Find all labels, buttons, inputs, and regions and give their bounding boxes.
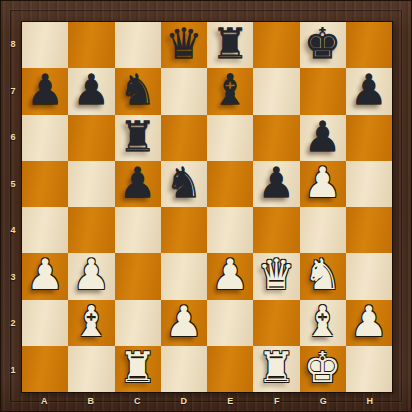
square-d6[interactable]	[161, 115, 207, 161]
rank-label-5: 5	[1, 161, 21, 208]
square-d3[interactable]	[161, 253, 207, 299]
white-king-g1[interactable]: ♚	[304, 347, 342, 389]
square-e1[interactable]	[207, 346, 253, 392]
square-h3[interactable]	[346, 253, 392, 299]
file-label-f: F	[254, 396, 301, 406]
chess-board-frame: 87654321 ♛♜♚♟♟♞♝♟♜♟♟♞♟♟♟♟♟♛♞♝♟♝♟♜♜♚ ABCD…	[0, 0, 412, 412]
square-g2[interactable]: ♝	[300, 300, 346, 346]
black-bishop-e7[interactable]: ♝	[211, 69, 249, 111]
square-d1[interactable]	[161, 346, 207, 392]
square-g4[interactable]	[300, 207, 346, 253]
rank-label-3: 3	[1, 254, 21, 301]
square-h7[interactable]: ♟	[346, 68, 392, 114]
black-rook-c6[interactable]: ♜	[119, 116, 157, 158]
square-b3[interactable]: ♟	[68, 253, 114, 299]
rank-label-2: 2	[1, 300, 21, 347]
square-f2[interactable]	[253, 300, 299, 346]
square-a2[interactable]	[22, 300, 68, 346]
white-pawn-h2[interactable]: ♟	[350, 301, 388, 343]
file-label-c: C	[114, 396, 161, 406]
white-pawn-a3[interactable]: ♟	[26, 254, 64, 296]
black-pawn-b7[interactable]: ♟	[73, 69, 111, 111]
square-b2[interactable]: ♝	[68, 300, 114, 346]
black-pawn-c5[interactable]: ♟	[119, 162, 157, 204]
square-a8[interactable]	[22, 22, 68, 68]
white-knight-g3[interactable]: ♞	[304, 254, 342, 296]
square-e4[interactable]	[207, 207, 253, 253]
square-a6[interactable]	[22, 115, 68, 161]
square-d8[interactable]: ♛	[161, 22, 207, 68]
square-g6[interactable]: ♟	[300, 115, 346, 161]
square-c2[interactable]	[115, 300, 161, 346]
rank-label-8: 8	[1, 21, 21, 68]
square-e3[interactable]: ♟	[207, 253, 253, 299]
black-knight-d5[interactable]: ♞	[165, 162, 203, 204]
square-c8[interactable]	[115, 22, 161, 68]
square-h1[interactable]	[346, 346, 392, 392]
square-h4[interactable]	[346, 207, 392, 253]
white-rook-f1[interactable]: ♜	[258, 347, 296, 389]
black-king-g8[interactable]: ♚	[304, 23, 342, 65]
black-knight-c7[interactable]: ♞	[119, 69, 157, 111]
square-d7[interactable]	[161, 68, 207, 114]
square-b8[interactable]	[68, 22, 114, 68]
black-pawn-a7[interactable]: ♟	[26, 69, 64, 111]
square-b1[interactable]	[68, 346, 114, 392]
rank-label-1: 1	[1, 347, 21, 394]
white-pawn-d2[interactable]: ♟	[165, 301, 203, 343]
square-c5[interactable]: ♟	[115, 161, 161, 207]
square-g8[interactable]: ♚	[300, 22, 346, 68]
square-e5[interactable]	[207, 161, 253, 207]
file-label-d: D	[161, 396, 208, 406]
square-g3[interactable]: ♞	[300, 253, 346, 299]
square-f3[interactable]: ♛	[253, 253, 299, 299]
rank-labels: 87654321	[1, 21, 21, 393]
black-rook-e8[interactable]: ♜	[211, 23, 249, 65]
square-b5[interactable]	[68, 161, 114, 207]
square-c6[interactable]: ♜	[115, 115, 161, 161]
white-bishop-b2[interactable]: ♝	[73, 301, 111, 343]
square-c3[interactable]	[115, 253, 161, 299]
square-f4[interactable]	[253, 207, 299, 253]
white-rook-c1[interactable]: ♜	[119, 347, 157, 389]
square-g7[interactable]	[300, 68, 346, 114]
square-f5[interactable]: ♟	[253, 161, 299, 207]
square-b6[interactable]	[68, 115, 114, 161]
square-a5[interactable]	[22, 161, 68, 207]
square-g1[interactable]: ♚	[300, 346, 346, 392]
square-a1[interactable]	[22, 346, 68, 392]
square-d5[interactable]: ♞	[161, 161, 207, 207]
black-pawn-h7[interactable]: ♟	[350, 69, 388, 111]
white-pawn-b3[interactable]: ♟	[73, 254, 111, 296]
white-queen-f3[interactable]: ♛	[258, 254, 296, 296]
square-f6[interactable]	[253, 115, 299, 161]
square-f7[interactable]	[253, 68, 299, 114]
square-e8[interactable]: ♜	[207, 22, 253, 68]
white-pawn-e3[interactable]: ♟	[211, 254, 249, 296]
file-labels: ABCDEFGH	[21, 393, 393, 409]
square-a4[interactable]	[22, 207, 68, 253]
rank-label-6: 6	[1, 114, 21, 161]
rank-label-4: 4	[1, 207, 21, 254]
square-e2[interactable]	[207, 300, 253, 346]
chess-board: ♛♜♚♟♟♞♝♟♜♟♟♞♟♟♟♟♟♛♞♝♟♝♟♜♜♚	[21, 21, 393, 393]
square-a3[interactable]: ♟	[22, 253, 68, 299]
square-c7[interactable]: ♞	[115, 68, 161, 114]
square-c1[interactable]: ♜	[115, 346, 161, 392]
square-f1[interactable]: ♜	[253, 346, 299, 392]
file-label-e: E	[207, 396, 254, 406]
square-d4[interactable]	[161, 207, 207, 253]
file-label-a: A	[21, 396, 68, 406]
square-a7[interactable]: ♟	[22, 68, 68, 114]
square-c4[interactable]	[115, 207, 161, 253]
square-e7[interactable]: ♝	[207, 68, 253, 114]
square-g5[interactable]: ♟	[300, 161, 346, 207]
square-b7[interactable]: ♟	[68, 68, 114, 114]
square-h2[interactable]: ♟	[346, 300, 392, 346]
square-e6[interactable]	[207, 115, 253, 161]
square-h6[interactable]	[346, 115, 392, 161]
square-b4[interactable]	[68, 207, 114, 253]
white-pawn-g5[interactable]: ♟	[304, 162, 342, 204]
black-queen-d8[interactable]: ♛	[165, 23, 203, 65]
file-label-h: H	[347, 396, 394, 406]
file-label-b: B	[68, 396, 115, 406]
rank-label-7: 7	[1, 68, 21, 115]
square-f8[interactable]	[253, 22, 299, 68]
white-bishop-g2[interactable]: ♝	[304, 301, 342, 343]
black-pawn-f5[interactable]: ♟	[258, 162, 296, 204]
square-h5[interactable]	[346, 161, 392, 207]
square-d2[interactable]: ♟	[161, 300, 207, 346]
square-h8[interactable]	[346, 22, 392, 68]
file-label-g: G	[300, 396, 347, 406]
black-pawn-g6[interactable]: ♟	[304, 116, 342, 158]
